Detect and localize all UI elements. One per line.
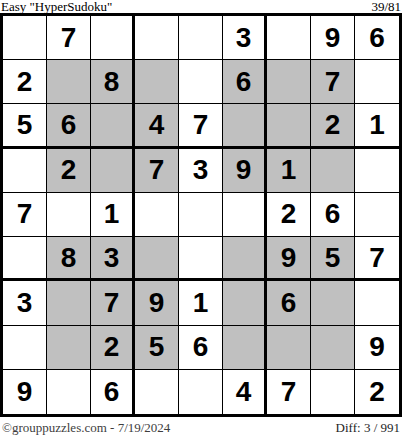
cell-r7c1[interactable]: 3 xyxy=(3,281,47,325)
cell-r2c2[interactable] xyxy=(47,60,91,104)
sudoku-board: 7396286756472127391712683957379162569964… xyxy=(0,13,402,417)
cell-r7c9[interactable] xyxy=(355,281,399,325)
cell-r1c2[interactable]: 7 xyxy=(47,16,91,60)
cell-r5c2[interactable] xyxy=(47,193,91,237)
difficulty-text: Diff: 3 / 991 xyxy=(336,420,400,436)
cell-r8c4[interactable]: 5 xyxy=(135,326,179,370)
cell-r4c1[interactable] xyxy=(3,149,47,193)
cell-r2c1[interactable]: 2 xyxy=(3,60,47,104)
cell-r3c1[interactable]: 5 xyxy=(3,104,47,148)
cell-r9c7[interactable]: 7 xyxy=(267,370,311,414)
cell-r4c6[interactable]: 9 xyxy=(223,149,267,193)
cell-r5c8[interactable]: 6 xyxy=(311,193,355,237)
cell-r5c5[interactable] xyxy=(179,193,223,237)
cell-r7c7[interactable]: 6 xyxy=(267,281,311,325)
cell-r1c1[interactable] xyxy=(3,16,47,60)
cell-r2c9[interactable] xyxy=(355,60,399,104)
cell-r6c8[interactable]: 5 xyxy=(311,237,355,281)
cell-r4c9[interactable] xyxy=(355,149,399,193)
cell-r8c1[interactable] xyxy=(3,326,47,370)
cell-r4c5[interactable]: 3 xyxy=(179,149,223,193)
header: Easy "HyperSudoku" 39/81 xyxy=(0,0,402,13)
cell-r3c6[interactable] xyxy=(223,104,267,148)
cell-r2c6[interactable]: 6 xyxy=(223,60,267,104)
cell-r7c4[interactable]: 9 xyxy=(135,281,179,325)
cell-r6c2[interactable]: 8 xyxy=(47,237,91,281)
cell-r6c4[interactable] xyxy=(135,237,179,281)
cell-r4c4[interactable]: 7 xyxy=(135,149,179,193)
cell-r8c9[interactable]: 9 xyxy=(355,326,399,370)
cell-r1c4[interactable] xyxy=(135,16,179,60)
cell-r9c3[interactable]: 6 xyxy=(91,370,135,414)
cell-r2c5[interactable] xyxy=(179,60,223,104)
copyright-text: ©grouppuzzles.com - 7/19/2024 xyxy=(2,420,170,436)
cell-r9c6[interactable]: 4 xyxy=(223,370,267,414)
cell-r9c2[interactable] xyxy=(47,370,91,414)
cell-r6c3[interactable]: 3 xyxy=(91,237,135,281)
cell-r7c8[interactable] xyxy=(311,281,355,325)
cell-r1c3[interactable] xyxy=(91,16,135,60)
cell-r3c9[interactable]: 1 xyxy=(355,104,399,148)
cell-r5c4[interactable] xyxy=(135,193,179,237)
givens-counter: 39/81 xyxy=(371,0,401,13)
cell-r9c1[interactable]: 9 xyxy=(3,370,47,414)
cell-r4c3[interactable] xyxy=(91,149,135,193)
cell-r1c7[interactable] xyxy=(267,16,311,60)
cell-r9c5[interactable] xyxy=(179,370,223,414)
cell-r5c3[interactable]: 1 xyxy=(91,193,135,237)
cell-r4c7[interactable]: 1 xyxy=(267,149,311,193)
cell-r3c8[interactable]: 2 xyxy=(311,104,355,148)
cell-r1c6[interactable]: 3 xyxy=(223,16,267,60)
cell-r6c1[interactable] xyxy=(3,237,47,281)
cell-r6c9[interactable]: 7 xyxy=(355,237,399,281)
footer: ©grouppuzzles.com - 7/19/2024 Diff: 3 / … xyxy=(0,417,402,437)
cell-r8c7[interactable] xyxy=(267,326,311,370)
cell-r8c2[interactable] xyxy=(47,326,91,370)
cell-r2c4[interactable] xyxy=(135,60,179,104)
cell-r4c8[interactable] xyxy=(311,149,355,193)
cell-r2c3[interactable]: 8 xyxy=(91,60,135,104)
puzzle-page: Easy "HyperSudoku" 39/81 739628675647212… xyxy=(0,0,402,437)
cell-r8c6[interactable] xyxy=(223,326,267,370)
cell-r1c9[interactable]: 6 xyxy=(355,16,399,60)
cell-r5c6[interactable] xyxy=(223,193,267,237)
cell-r6c5[interactable] xyxy=(179,237,223,281)
cell-r8c3[interactable]: 2 xyxy=(91,326,135,370)
cell-r1c8[interactable]: 9 xyxy=(311,16,355,60)
cell-r7c3[interactable]: 7 xyxy=(91,281,135,325)
cell-r3c7[interactable] xyxy=(267,104,311,148)
cell-r3c3[interactable] xyxy=(91,104,135,148)
cell-r5c9[interactable] xyxy=(355,193,399,237)
cell-r5c1[interactable]: 7 xyxy=(3,193,47,237)
cell-r8c5[interactable]: 6 xyxy=(179,326,223,370)
cell-r3c5[interactable]: 7 xyxy=(179,104,223,148)
cell-r2c8[interactable]: 7 xyxy=(311,60,355,104)
cell-r7c5[interactable]: 1 xyxy=(179,281,223,325)
cell-r2c7[interactable] xyxy=(267,60,311,104)
cell-r7c6[interactable] xyxy=(223,281,267,325)
cell-r9c9[interactable]: 2 xyxy=(355,370,399,414)
cell-r1c5[interactable] xyxy=(179,16,223,60)
cell-r8c8[interactable] xyxy=(311,326,355,370)
cell-r3c2[interactable]: 6 xyxy=(47,104,91,148)
puzzle-title: Easy "HyperSudoku" xyxy=(1,0,112,13)
cell-r4c2[interactable]: 2 xyxy=(47,149,91,193)
cell-r7c2[interactable] xyxy=(47,281,91,325)
cell-r9c4[interactable] xyxy=(135,370,179,414)
cell-r6c6[interactable] xyxy=(223,237,267,281)
cell-r3c4[interactable]: 4 xyxy=(135,104,179,148)
cell-r5c7[interactable]: 2 xyxy=(267,193,311,237)
cell-r9c8[interactable] xyxy=(311,370,355,414)
cell-r6c7[interactable]: 9 xyxy=(267,237,311,281)
